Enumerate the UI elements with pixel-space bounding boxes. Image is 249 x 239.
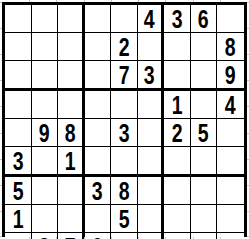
cell-r5c8: 5 [191, 119, 218, 147]
cell-r8c5: 5 [111, 205, 138, 233]
cell-r6c1: 3 [5, 147, 32, 177]
gridline-stub [220, 237, 221, 239]
gridline-stub [165, 0, 166, 2]
cell-r1c4[interactable] [85, 5, 112, 33]
given-digit: 8 [225, 33, 236, 60]
cell-r2c9: 8 [217, 33, 244, 61]
gridline-stub [247, 54, 249, 55]
cell-r2c5: 2 [111, 33, 138, 61]
cell-r6c6[interactable] [138, 147, 165, 177]
cell-r4c2[interactable] [32, 91, 59, 119]
cell-r4c5[interactable] [111, 91, 138, 119]
gridline-stub [165, 237, 166, 239]
cell-r9c2: 8 [32, 233, 59, 239]
cell-r4c7: 1 [164, 91, 191, 119]
gridline-stub [56, 0, 57, 2]
gridline-stub [247, 2, 249, 3]
cell-r4c4[interactable] [85, 91, 112, 119]
cell-r7c3[interactable] [58, 177, 85, 205]
given-digit: 1 [64, 147, 75, 174]
given-digit: 3 [144, 61, 155, 88]
given-digit: 4 [144, 5, 155, 32]
gridline-stub [220, 0, 221, 2]
cell-r3c5: 7 [111, 61, 138, 91]
gridline-stub [29, 0, 30, 2]
cell-r6c9[interactable] [217, 147, 244, 177]
gridline-stub [0, 133, 2, 134]
given-digit: 7 [64, 233, 75, 239]
cell-r4c9: 4 [217, 91, 244, 119]
cell-r6c8[interactable] [191, 147, 218, 177]
given-digit: 5 [12, 177, 23, 204]
given-digit: 3 [92, 177, 103, 204]
gridline-stub [0, 159, 2, 160]
cell-r8c8[interactable] [191, 205, 218, 233]
gridline-stub [247, 185, 249, 186]
gridline-stub [84, 237, 85, 239]
gridline-stub [0, 28, 2, 29]
cell-r9c3: 7 [58, 233, 85, 239]
cell-r5c5: 3 [111, 119, 138, 147]
cell-r2c7[interactable] [164, 33, 191, 61]
given-digit: 3 [12, 147, 23, 174]
cell-r3c3[interactable] [58, 61, 85, 91]
cell-r3c7[interactable] [164, 61, 191, 91]
gridline-stub [247, 133, 249, 134]
given-digit: 2 [119, 33, 130, 60]
cell-r8c9[interactable] [217, 205, 244, 233]
cell-r1c6: 4 [138, 5, 165, 33]
gridline-stub [84, 0, 85, 2]
cell-r8c1: 1 [5, 205, 32, 233]
cell-r1c7: 3 [164, 5, 191, 33]
cell-r5c2: 9 [32, 119, 59, 147]
cell-r4c6[interactable] [138, 91, 165, 119]
cell-r7c4: 3 [85, 177, 112, 205]
cell-r1c8: 6 [191, 5, 218, 33]
cell-r8c4[interactable] [85, 205, 112, 233]
sudoku-grid: 4362873914983253153815876 [2, 2, 247, 237]
given-digit: 1 [172, 91, 183, 118]
gridline-stub [247, 236, 249, 237]
cell-r2c3[interactable] [58, 33, 85, 61]
gridline-stub [0, 54, 2, 55]
cell-r7c5: 8 [111, 177, 138, 205]
cell-r8c3[interactable] [58, 205, 85, 233]
cell-r5c4[interactable] [85, 119, 112, 147]
cell-r7c1: 5 [5, 177, 32, 205]
cell-r3c6: 3 [138, 61, 165, 91]
cell-r1c2[interactable] [32, 5, 59, 33]
cell-r9c9[interactable] [217, 233, 244, 239]
given-digit: 8 [119, 177, 130, 204]
given-digit: 9 [225, 61, 236, 88]
given-digit: 5 [198, 119, 209, 146]
gridline-stub [247, 159, 249, 160]
gridline-stub [0, 211, 2, 212]
gridline-stub [193, 0, 194, 2]
cell-r6c2[interactable] [32, 147, 59, 177]
gridline-stub [0, 80, 2, 81]
cell-r7c8[interactable] [191, 177, 218, 205]
gridline-stub [247, 80, 249, 81]
cell-r9c6[interactable] [138, 233, 165, 239]
given-digit: 3 [119, 119, 130, 146]
gridline-stub [0, 2, 2, 3]
gridline-stub [111, 237, 112, 239]
given-digit: 1 [12, 205, 23, 232]
gridline-stub [247, 28, 249, 29]
cell-r3c2[interactable] [32, 61, 59, 91]
gridline-stub [56, 237, 57, 239]
gridline-stub [138, 237, 139, 239]
given-digit: 2 [172, 119, 183, 146]
cell-r8c2[interactable] [32, 205, 59, 233]
cell-r7c9[interactable] [217, 177, 244, 205]
given-digit: 3 [172, 5, 183, 32]
gridline-stub [29, 237, 30, 239]
cell-r9c4: 6 [85, 233, 112, 239]
cell-r2c2[interactable] [32, 33, 59, 61]
cell-r3c4[interactable] [85, 61, 112, 91]
given-digit: 5 [119, 205, 130, 232]
given-digit: 8 [39, 233, 50, 239]
cell-r6c7[interactable] [164, 147, 191, 177]
cell-r4c1[interactable] [5, 91, 32, 119]
cell-r1c5[interactable] [111, 5, 138, 33]
cell-r5c6[interactable] [138, 119, 165, 147]
cell-r8c7[interactable] [164, 205, 191, 233]
cell-r7c2[interactable] [32, 177, 59, 205]
cell-r6c3: 1 [58, 147, 85, 177]
cell-r5c1[interactable] [5, 119, 32, 147]
cell-r7c7[interactable] [164, 177, 191, 205]
cell-r9c8[interactable] [191, 233, 218, 239]
gridline-stub [0, 106, 2, 107]
given-digit: 8 [64, 119, 75, 146]
given-digit: 6 [198, 5, 209, 32]
gridline-stub [111, 0, 112, 2]
cell-r3c1[interactable] [5, 61, 32, 91]
cell-r6c5[interactable] [111, 147, 138, 177]
cell-r4c3[interactable] [58, 91, 85, 119]
gridline-stub [193, 237, 194, 239]
cell-r5c9[interactable] [217, 119, 244, 147]
gridline-stub [0, 236, 2, 237]
gridline-stub [0, 185, 2, 186]
gridline-stub [247, 106, 249, 107]
cell-r1c3[interactable] [58, 5, 85, 33]
cell-r6c4[interactable] [85, 147, 112, 177]
cell-r8c6[interactable] [138, 205, 165, 233]
given-digit: 6 [92, 233, 103, 239]
cell-r1c9[interactable] [217, 5, 244, 33]
gridline-stub [247, 211, 249, 212]
given-digit: 4 [225, 91, 236, 118]
cell-r2c8[interactable] [191, 33, 218, 61]
gridline-stub [138, 0, 139, 2]
cell-r5c3: 8 [58, 119, 85, 147]
cell-r9c7[interactable] [164, 233, 191, 239]
cell-r2c4[interactable] [85, 33, 112, 61]
cell-r3c8[interactable] [191, 61, 218, 91]
cell-r7c6[interactable] [138, 177, 165, 205]
cell-r2c1[interactable] [5, 33, 32, 61]
cell-r5c7: 2 [164, 119, 191, 147]
cell-r4c8[interactable] [191, 91, 218, 119]
sudoku-board: 4362873914983253153815876 [0, 0, 249, 239]
given-digit: 9 [39, 119, 50, 146]
cell-r3c9: 9 [217, 61, 244, 91]
cell-r1c1[interactable] [5, 5, 32, 33]
given-digit: 7 [119, 61, 130, 88]
cell-r2c6[interactable] [138, 33, 165, 61]
